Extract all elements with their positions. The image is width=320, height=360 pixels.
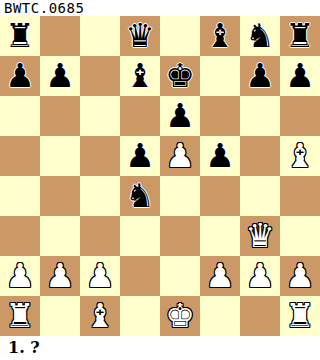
square-a1[interactable]: ♜ [0,296,40,336]
black-bishop-piece[interactable]: ♝ [125,56,155,96]
square-h7[interactable]: ♟ [280,56,320,96]
black-knight-piece[interactable]: ♞ [125,176,155,216]
square-g6[interactable] [240,96,280,136]
square-b3[interactable] [40,216,80,256]
square-e2[interactable] [160,256,200,296]
move-prompt-bar: 1. ? [0,336,320,360]
square-a6[interactable] [0,96,40,136]
black-pawn-piece[interactable]: ♟ [45,56,75,96]
white-pawn-piece[interactable]: ♟ [165,136,195,176]
square-e4[interactable] [160,176,200,216]
square-g7[interactable]: ♟ [240,56,280,96]
square-c7[interactable] [80,56,120,96]
square-d7[interactable]: ♝ [120,56,160,96]
square-f2[interactable]: ♟ [200,256,240,296]
square-h8[interactable]: ♜ [280,16,320,56]
square-c3[interactable] [80,216,120,256]
white-pawn-piece[interactable]: ♟ [45,256,75,296]
black-queen-piece[interactable]: ♛ [125,16,155,56]
square-h5[interactable]: ♝ [280,136,320,176]
white-pawn-piece[interactable]: ♟ [205,256,235,296]
square-g2[interactable]: ♟ [240,256,280,296]
square-b8[interactable] [40,16,80,56]
square-e8[interactable] [160,16,200,56]
square-f4[interactable] [200,176,240,216]
black-pawn-piece[interactable]: ♟ [205,136,235,176]
square-b7[interactable]: ♟ [40,56,80,96]
square-a4[interactable] [0,176,40,216]
square-d4[interactable]: ♞ [120,176,160,216]
square-f3[interactable] [200,216,240,256]
square-c8[interactable] [80,16,120,56]
square-f1[interactable] [200,296,240,336]
square-h2[interactable]: ♟ [280,256,320,296]
square-b2[interactable]: ♟ [40,256,80,296]
square-a8[interactable]: ♜ [0,16,40,56]
white-rook-piece[interactable]: ♜ [5,296,35,336]
move-prompt: 1. ? [8,338,40,357]
square-d8[interactable]: ♛ [120,16,160,56]
square-h6[interactable] [280,96,320,136]
square-c4[interactable] [80,176,120,216]
square-g8[interactable]: ♞ [240,16,280,56]
white-bishop-piece[interactable]: ♝ [85,296,115,336]
black-pawn-piece[interactable]: ♟ [285,56,315,96]
chess-board: ♜♛♝♞♜♟♟♝♚♟♟♟♟♟♟♝♞♛♟♟♟♟♟♟♜♝♚♜ [0,16,320,336]
puzzle-id-bar: BWTC.0685 [0,0,320,16]
square-e6[interactable]: ♟ [160,96,200,136]
black-pawn-piece[interactable]: ♟ [245,56,275,96]
black-king-piece[interactable]: ♚ [165,56,195,96]
white-pawn-piece[interactable]: ♟ [5,256,35,296]
square-e3[interactable] [160,216,200,256]
square-b5[interactable] [40,136,80,176]
square-d3[interactable] [120,216,160,256]
square-e5[interactable]: ♟ [160,136,200,176]
square-a2[interactable]: ♟ [0,256,40,296]
black-rook-piece[interactable]: ♜ [285,16,315,56]
square-c5[interactable] [80,136,120,176]
square-f7[interactable] [200,56,240,96]
square-a5[interactable] [0,136,40,176]
square-b6[interactable] [40,96,80,136]
square-a3[interactable] [0,216,40,256]
square-d6[interactable] [120,96,160,136]
square-h1[interactable]: ♜ [280,296,320,336]
white-queen-piece[interactable]: ♛ [245,216,275,256]
square-g5[interactable] [240,136,280,176]
square-d5[interactable]: ♟ [120,136,160,176]
square-f6[interactable] [200,96,240,136]
square-f8[interactable]: ♝ [200,16,240,56]
puzzle-id: BWTC.0685 [4,0,84,16]
square-d2[interactable] [120,256,160,296]
black-pawn-piece[interactable]: ♟ [165,96,195,136]
white-king-piece[interactable]: ♚ [165,296,195,336]
black-knight-piece[interactable]: ♞ [245,16,275,56]
square-d1[interactable] [120,296,160,336]
square-h3[interactable] [280,216,320,256]
white-rook-piece[interactable]: ♜ [285,296,315,336]
white-pawn-piece[interactable]: ♟ [85,256,115,296]
square-e7[interactable]: ♚ [160,56,200,96]
black-bishop-piece[interactable]: ♝ [205,16,235,56]
square-c6[interactable] [80,96,120,136]
black-pawn-piece[interactable]: ♟ [5,56,35,96]
square-g4[interactable] [240,176,280,216]
square-b1[interactable] [40,296,80,336]
square-f5[interactable]: ♟ [200,136,240,176]
square-h4[interactable] [280,176,320,216]
white-pawn-piece[interactable]: ♟ [285,256,315,296]
chess-puzzle-window: BWTC.0685 ♜♛♝♞♜♟♟♝♚♟♟♟♟♟♟♝♞♛♟♟♟♟♟♟♜♝♚♜ 1… [0,0,320,360]
square-a7[interactable]: ♟ [0,56,40,96]
square-c1[interactable]: ♝ [80,296,120,336]
square-g3[interactable]: ♛ [240,216,280,256]
black-pawn-piece[interactable]: ♟ [125,136,155,176]
square-e1[interactable]: ♚ [160,296,200,336]
square-g1[interactable] [240,296,280,336]
square-b4[interactable] [40,176,80,216]
white-pawn-piece[interactable]: ♟ [245,256,275,296]
black-rook-piece[interactable]: ♜ [5,16,35,56]
white-bishop-piece[interactable]: ♝ [285,136,315,176]
square-c2[interactable]: ♟ [80,256,120,296]
